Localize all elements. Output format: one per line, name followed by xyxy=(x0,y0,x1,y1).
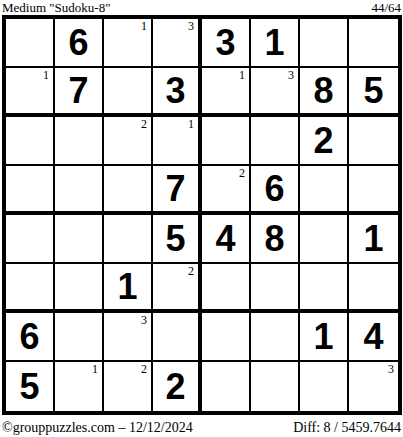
cell-r5c7[interactable] xyxy=(300,215,349,264)
given-digit: 6 xyxy=(264,171,284,207)
pencil-mark: 1 xyxy=(43,69,49,82)
cell-r2c2[interactable]: 7 xyxy=(55,68,104,117)
difficulty-text: Diff: 8 / 5459.7644 xyxy=(293,420,401,435)
cell-r6c2[interactable] xyxy=(55,264,104,313)
cell-r2c7[interactable]: 8 xyxy=(300,68,349,117)
cell-r8c2[interactable]: 1 xyxy=(55,362,104,411)
cell-r2c3[interactable] xyxy=(104,68,153,117)
cell-r5c6[interactable]: 8 xyxy=(251,215,300,264)
cell-r6c7[interactable] xyxy=(300,264,349,313)
cell-r8c8[interactable]: 3 xyxy=(349,362,398,411)
cell-r4c4[interactable]: 7 xyxy=(153,166,202,215)
given-digit: 8 xyxy=(264,221,284,257)
cell-r8c1[interactable]: 5 xyxy=(6,362,55,411)
cell-r7c5[interactable] xyxy=(202,313,251,362)
cell-r2c4[interactable]: 3 xyxy=(153,68,202,117)
cell-r7c3[interactable]: 3 xyxy=(104,313,153,362)
cell-r1c7[interactable] xyxy=(300,19,349,68)
sudoku-page: Medium "Sudoku-8" 44/64 6133117313852127… xyxy=(0,0,403,437)
cell-r8c3[interactable]: 2 xyxy=(104,362,153,411)
given-digit: 5 xyxy=(363,73,383,109)
given-digit: 6 xyxy=(68,25,88,61)
given-digit: 3 xyxy=(165,73,185,109)
cell-r6c4[interactable]: 2 xyxy=(153,264,202,313)
cell-r3c4[interactable]: 1 xyxy=(153,117,202,166)
copyright-text: ©grouppuzzles.com – 12/12/2024 xyxy=(2,420,193,435)
pencil-mark: 2 xyxy=(141,363,147,376)
cell-r5c3[interactable] xyxy=(104,215,153,264)
cell-r2c5[interactable]: 1 xyxy=(202,68,251,117)
pencil-mark: 3 xyxy=(188,20,194,33)
cell-r7c1[interactable]: 6 xyxy=(6,313,55,362)
given-digit: 5 xyxy=(165,221,185,257)
header: Medium "Sudoku-8" 44/64 xyxy=(0,0,403,15)
pencil-mark: 3 xyxy=(141,314,147,327)
cell-r6c8[interactable] xyxy=(349,264,398,313)
given-digit: 1 xyxy=(264,25,284,61)
cell-r3c3[interactable]: 2 xyxy=(104,117,153,166)
cell-r4c3[interactable] xyxy=(104,166,153,215)
given-digit: 7 xyxy=(68,73,88,109)
given-digit: 6 xyxy=(19,319,39,355)
footer: ©grouppuzzles.com – 12/12/2024 Diff: 8 /… xyxy=(0,415,403,435)
given-digit: 5 xyxy=(19,369,39,405)
pencil-mark: 1 xyxy=(188,118,194,131)
given-digit: 1 xyxy=(313,319,333,355)
cell-r4c8[interactable] xyxy=(349,166,398,215)
cell-r4c1[interactable] xyxy=(6,166,55,215)
cell-r8c5[interactable] xyxy=(202,362,251,411)
pencil-mark: 3 xyxy=(288,69,294,82)
cell-r6c1[interactable] xyxy=(6,264,55,313)
pencil-mark: 2 xyxy=(141,118,147,131)
cell-r2c1[interactable]: 1 xyxy=(6,68,55,117)
given-digit: 4 xyxy=(215,221,235,257)
cell-r3c8[interactable] xyxy=(349,117,398,166)
pencil-mark: 1 xyxy=(239,69,245,82)
cell-r8c4[interactable]: 2 xyxy=(153,362,202,411)
cell-r5c2[interactable] xyxy=(55,215,104,264)
cell-r8c7[interactable] xyxy=(300,362,349,411)
cell-r3c1[interactable] xyxy=(6,117,55,166)
given-digit: 7 xyxy=(165,171,185,207)
given-digit: 2 xyxy=(313,123,333,159)
cell-r5c4[interactable]: 5 xyxy=(153,215,202,264)
pencil-mark: 2 xyxy=(188,265,194,278)
cell-r5c1[interactable] xyxy=(6,215,55,264)
sudoku-board: 613311731385212726548112631451223 xyxy=(2,15,402,415)
cell-r2c6[interactable]: 3 xyxy=(251,68,300,117)
cell-r1c5[interactable]: 3 xyxy=(202,19,251,68)
cell-r7c6[interactable] xyxy=(251,313,300,362)
cell-r6c5[interactable] xyxy=(202,264,251,313)
cell-r3c7[interactable]: 2 xyxy=(300,117,349,166)
cell-r4c5[interactable]: 2 xyxy=(202,166,251,215)
pencil-mark: 3 xyxy=(388,363,394,376)
given-digit: 1 xyxy=(117,269,137,305)
pencil-mark: 1 xyxy=(92,363,98,376)
cell-r7c7[interactable]: 1 xyxy=(300,313,349,362)
cell-r7c2[interactable] xyxy=(55,313,104,362)
cell-r1c1[interactable] xyxy=(6,19,55,68)
cell-r3c6[interactable] xyxy=(251,117,300,166)
given-digit: 2 xyxy=(165,369,185,405)
given-digit: 1 xyxy=(363,221,383,257)
cell-r1c6[interactable]: 1 xyxy=(251,19,300,68)
cell-r7c4[interactable] xyxy=(153,313,202,362)
cell-r1c8[interactable] xyxy=(349,19,398,68)
cell-r4c2[interactable] xyxy=(55,166,104,215)
cell-r6c3[interactable]: 1 xyxy=(104,264,153,313)
given-digit: 4 xyxy=(363,319,383,355)
cell-r2c8[interactable]: 5 xyxy=(349,68,398,117)
cell-r3c5[interactable] xyxy=(202,117,251,166)
pencil-mark: 2 xyxy=(239,167,245,180)
puzzle-title: Medium "Sudoku-8" xyxy=(2,1,110,14)
cell-r4c7[interactable] xyxy=(300,166,349,215)
cell-r1c2[interactable]: 6 xyxy=(55,19,104,68)
cell-r4c6[interactable]: 6 xyxy=(251,166,300,215)
cell-r8c6[interactable] xyxy=(251,362,300,411)
given-digit: 3 xyxy=(215,25,235,61)
cell-r7c8[interactable]: 4 xyxy=(349,313,398,362)
pencil-mark: 1 xyxy=(141,20,147,33)
cell-r6c6[interactable] xyxy=(251,264,300,313)
cell-r1c3[interactable]: 1 xyxy=(104,19,153,68)
given-digit: 8 xyxy=(313,73,333,109)
cell-r5c8[interactable]: 1 xyxy=(349,215,398,264)
puzzle-counter: 44/64 xyxy=(371,1,401,14)
cell-r5c5[interactable]: 4 xyxy=(202,215,251,264)
cell-r3c2[interactable] xyxy=(55,117,104,166)
cell-r1c4[interactable]: 3 xyxy=(153,19,202,68)
